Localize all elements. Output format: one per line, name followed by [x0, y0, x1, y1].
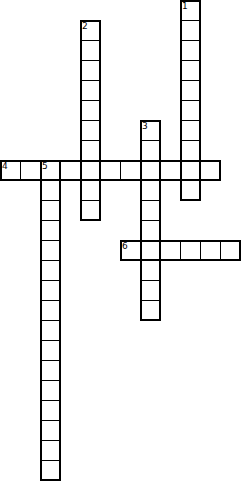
cell-c5-r8[interactable]	[100, 160, 121, 181]
cell-c2-r15[interactable]	[40, 300, 61, 321]
cell-c9-r2[interactable]	[180, 40, 201, 61]
cell-c2-r20[interactable]	[40, 400, 61, 421]
cell-c9-r7[interactable]	[180, 140, 201, 161]
cell-c4-r2[interactable]	[80, 40, 101, 61]
cell-c10-r8[interactable]	[200, 160, 221, 181]
cell-c7-r7[interactable]	[140, 140, 161, 161]
crossword-board: 123456	[0, 0, 241, 481]
cell-c2-r12[interactable]	[40, 240, 61, 261]
cell-c1-r8[interactable]	[20, 160, 41, 181]
cell-c9-r3[interactable]	[180, 60, 201, 81]
cell-c7-r12[interactable]	[140, 240, 161, 261]
cell-c9-r8[interactable]	[180, 160, 201, 181]
cell-c6-r8[interactable]	[120, 160, 141, 181]
cell-c3-r8[interactable]	[60, 160, 81, 181]
cell-c7-r10[interactable]	[140, 200, 161, 221]
cell-c9-r6[interactable]	[180, 120, 201, 141]
cell-c4-r1[interactable]	[80, 20, 101, 41]
cell-c7-r9[interactable]	[140, 180, 161, 201]
cell-c2-r9[interactable]	[40, 180, 61, 201]
cell-c9-r12[interactable]	[180, 240, 201, 261]
cell-c7-r11[interactable]	[140, 220, 161, 241]
cell-c2-r16[interactable]	[40, 320, 61, 341]
cell-c11-r12[interactable]	[220, 240, 241, 261]
cell-c4-r9[interactable]	[80, 180, 101, 201]
cell-c2-r14[interactable]	[40, 280, 61, 301]
cell-c2-r18[interactable]	[40, 360, 61, 381]
cell-c9-r1[interactable]	[180, 20, 201, 41]
cell-c2-r22[interactable]	[40, 440, 61, 461]
cell-c9-r5[interactable]	[180, 100, 201, 121]
cell-c2-r17[interactable]	[40, 340, 61, 361]
cell-c2-r21[interactable]	[40, 420, 61, 441]
cell-c0-r8[interactable]	[0, 160, 21, 181]
cell-c9-r4[interactable]	[180, 80, 201, 101]
cell-c4-r10[interactable]	[80, 200, 101, 221]
cell-c6-r12[interactable]	[120, 240, 141, 261]
cell-c7-r8[interactable]	[140, 160, 161, 181]
cell-c8-r8[interactable]	[160, 160, 181, 181]
cell-c2-r13[interactable]	[40, 260, 61, 281]
cell-c9-r9[interactable]	[180, 180, 201, 201]
cell-c10-r12[interactable]	[200, 240, 221, 261]
cell-c2-r8[interactable]	[40, 160, 61, 181]
cell-c4-r5[interactable]	[80, 100, 101, 121]
cell-c4-r4[interactable]	[80, 80, 101, 101]
cell-c2-r11[interactable]	[40, 220, 61, 241]
cell-c8-r12[interactable]	[160, 240, 181, 261]
cell-c7-r14[interactable]	[140, 280, 161, 301]
cell-c4-r8[interactable]	[80, 160, 101, 181]
cell-c2-r23[interactable]	[40, 460, 61, 481]
cell-c4-r6[interactable]	[80, 120, 101, 141]
cell-c7-r6[interactable]	[140, 120, 161, 141]
cell-c2-r10[interactable]	[40, 200, 61, 221]
cell-c7-r13[interactable]	[140, 260, 161, 281]
cell-c2-r19[interactable]	[40, 380, 61, 401]
cell-c4-r3[interactable]	[80, 60, 101, 81]
cell-c4-r7[interactable]	[80, 140, 101, 161]
cell-c7-r15[interactable]	[140, 300, 161, 321]
cell-c9-r0[interactable]	[180, 0, 201, 21]
